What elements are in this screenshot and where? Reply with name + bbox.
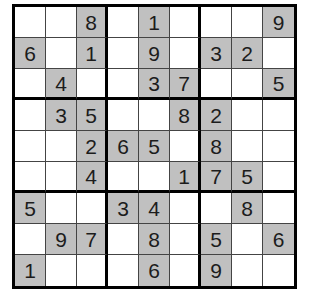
- empty-cell-r5c6[interactable]: [170, 131, 201, 162]
- given-cell-r8c7: 5: [201, 224, 232, 255]
- given-cell-r7c1: 5: [15, 193, 46, 224]
- given-cell-r4c3: 5: [77, 100, 108, 131]
- empty-cell-r7c9[interactable]: [263, 193, 294, 224]
- given-cell-r5c7: 8: [201, 131, 232, 162]
- empty-cell-r6c1[interactable]: [15, 162, 46, 193]
- empty-cell-r8c8[interactable]: [232, 224, 263, 255]
- given-cell-r6c8: 5: [232, 162, 263, 193]
- empty-cell-r2c9[interactable]: [263, 38, 294, 69]
- given-cell-r2c3: 1: [77, 38, 108, 69]
- given-cell-r3c9: 5: [263, 69, 294, 100]
- given-cell-r6c6: 1: [170, 162, 201, 193]
- empty-cell-r5c2[interactable]: [46, 131, 77, 162]
- given-cell-r8c2: 9: [46, 224, 77, 255]
- empty-cell-r9c6[interactable]: [170, 255, 201, 286]
- given-cell-r3c6: 7: [170, 69, 201, 100]
- given-cell-r9c5: 6: [139, 255, 170, 286]
- given-cell-r1c5: 1: [139, 7, 170, 38]
- empty-cell-r7c6[interactable]: [170, 193, 201, 224]
- empty-cell-r1c4[interactable]: [108, 7, 139, 38]
- empty-cell-r2c6[interactable]: [170, 38, 201, 69]
- empty-cell-r4c8[interactable]: [232, 100, 263, 131]
- empty-cell-r7c2[interactable]: [46, 193, 77, 224]
- sudoku-puzzle: 819619324375358226584175534897856169: [12, 4, 297, 289]
- given-cell-r8c5: 8: [139, 224, 170, 255]
- sudoku-board: 819619324375358226584175534897856169: [12, 4, 297, 289]
- empty-cell-r5c9[interactable]: [263, 131, 294, 162]
- given-cell-r9c7: 9: [201, 255, 232, 286]
- empty-cell-r6c2[interactable]: [46, 162, 77, 193]
- given-cell-r6c7: 7: [201, 162, 232, 193]
- empty-cell-r9c3[interactable]: [77, 255, 108, 286]
- empty-cell-r9c9[interactable]: [263, 255, 294, 286]
- given-cell-r4c2: 3: [46, 100, 77, 131]
- given-cell-r7c8: 8: [232, 193, 263, 224]
- given-cell-r8c9: 6: [263, 224, 294, 255]
- given-cell-r2c7: 3: [201, 38, 232, 69]
- empty-cell-r4c5[interactable]: [139, 100, 170, 131]
- given-cell-r1c3: 8: [77, 7, 108, 38]
- empty-cell-r2c4[interactable]: [108, 38, 139, 69]
- empty-cell-r1c7[interactable]: [201, 7, 232, 38]
- given-cell-r3c2: 4: [46, 69, 77, 100]
- given-cell-r2c8: 2: [232, 38, 263, 69]
- given-cell-r5c5: 5: [139, 131, 170, 162]
- empty-cell-r8c1[interactable]: [15, 224, 46, 255]
- given-cell-r7c5: 4: [139, 193, 170, 224]
- empty-cell-r8c4[interactable]: [108, 224, 139, 255]
- empty-cell-r6c5[interactable]: [139, 162, 170, 193]
- empty-cell-r3c3[interactable]: [77, 69, 108, 100]
- given-cell-r3c5: 3: [139, 69, 170, 100]
- empty-cell-r9c2[interactable]: [46, 255, 77, 286]
- given-cell-r9c1: 1: [15, 255, 46, 286]
- empty-cell-r5c1[interactable]: [15, 131, 46, 162]
- empty-cell-r6c9[interactable]: [263, 162, 294, 193]
- given-cell-r1c9: 9: [263, 7, 294, 38]
- empty-cell-r4c4[interactable]: [108, 100, 139, 131]
- given-cell-r5c4: 6: [108, 131, 139, 162]
- empty-cell-r6c4[interactable]: [108, 162, 139, 193]
- given-cell-r4c7: 2: [201, 100, 232, 131]
- empty-cell-r9c4[interactable]: [108, 255, 139, 286]
- given-cell-r5c3: 2: [77, 131, 108, 162]
- empty-cell-r1c1[interactable]: [15, 7, 46, 38]
- empty-cell-r1c2[interactable]: [46, 7, 77, 38]
- empty-cell-r2c2[interactable]: [46, 38, 77, 69]
- empty-cell-r3c8[interactable]: [232, 69, 263, 100]
- given-cell-r7c4: 3: [108, 193, 139, 224]
- empty-cell-r5c8[interactable]: [232, 131, 263, 162]
- empty-cell-r3c7[interactable]: [201, 69, 232, 100]
- empty-cell-r7c7[interactable]: [201, 193, 232, 224]
- given-cell-r4c6: 8: [170, 100, 201, 131]
- empty-cell-r8c6[interactable]: [170, 224, 201, 255]
- empty-cell-r1c8[interactable]: [232, 7, 263, 38]
- given-cell-r6c3: 4: [77, 162, 108, 193]
- empty-cell-r3c1[interactable]: [15, 69, 46, 100]
- given-cell-r8c3: 7: [77, 224, 108, 255]
- given-cell-r2c5: 9: [139, 38, 170, 69]
- empty-cell-r4c1[interactable]: [15, 100, 46, 131]
- empty-cell-r9c8[interactable]: [232, 255, 263, 286]
- given-cell-r2c1: 6: [15, 38, 46, 69]
- empty-cell-r7c3[interactable]: [77, 193, 108, 224]
- empty-cell-r4c9[interactable]: [263, 100, 294, 131]
- empty-cell-r1c6[interactable]: [170, 7, 201, 38]
- empty-cell-r3c4[interactable]: [108, 69, 139, 100]
